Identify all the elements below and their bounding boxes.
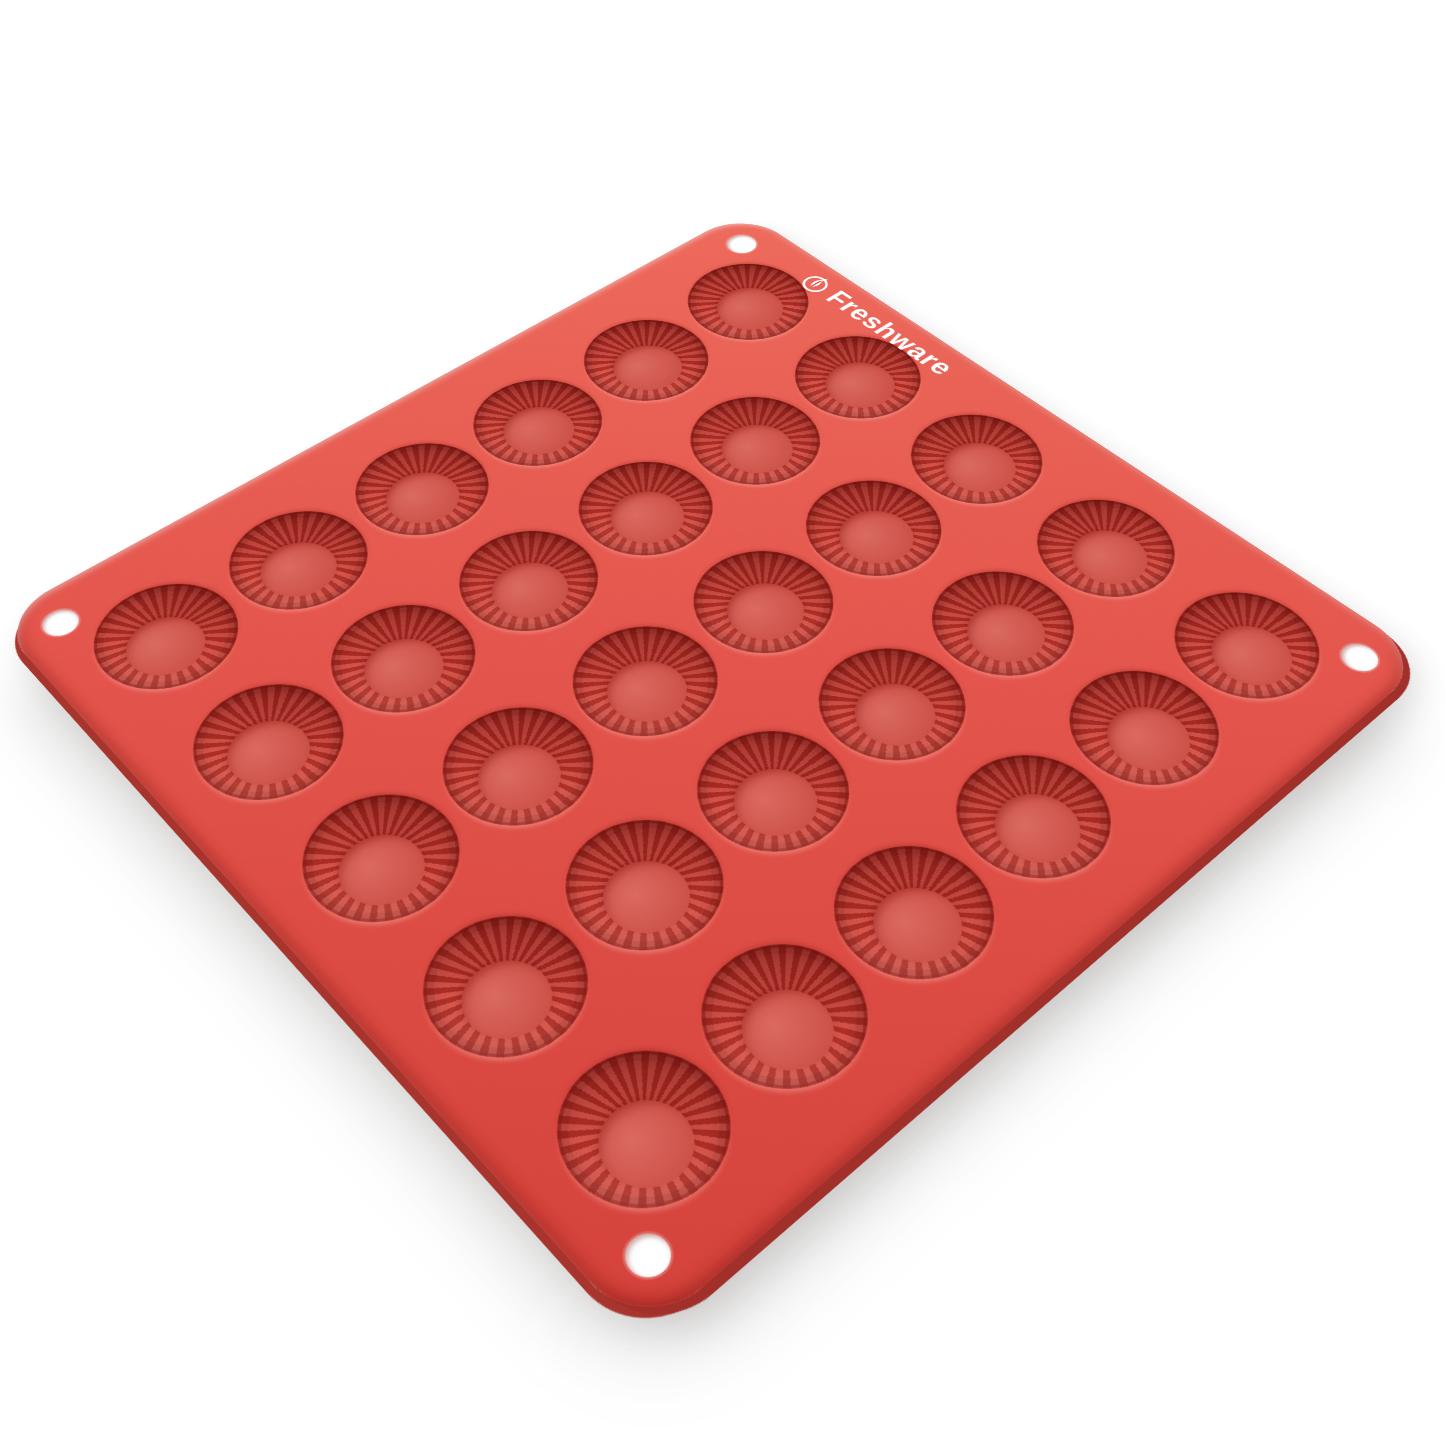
product-photo-scene: Freshware — [0, 0, 1445, 1445]
silicone-mold-tray: Freshware — [0, 211, 1429, 1340]
cavity-grid — [0, 211, 1429, 1340]
mold-tray-wrap: Freshware — [0, 211, 1429, 1340]
